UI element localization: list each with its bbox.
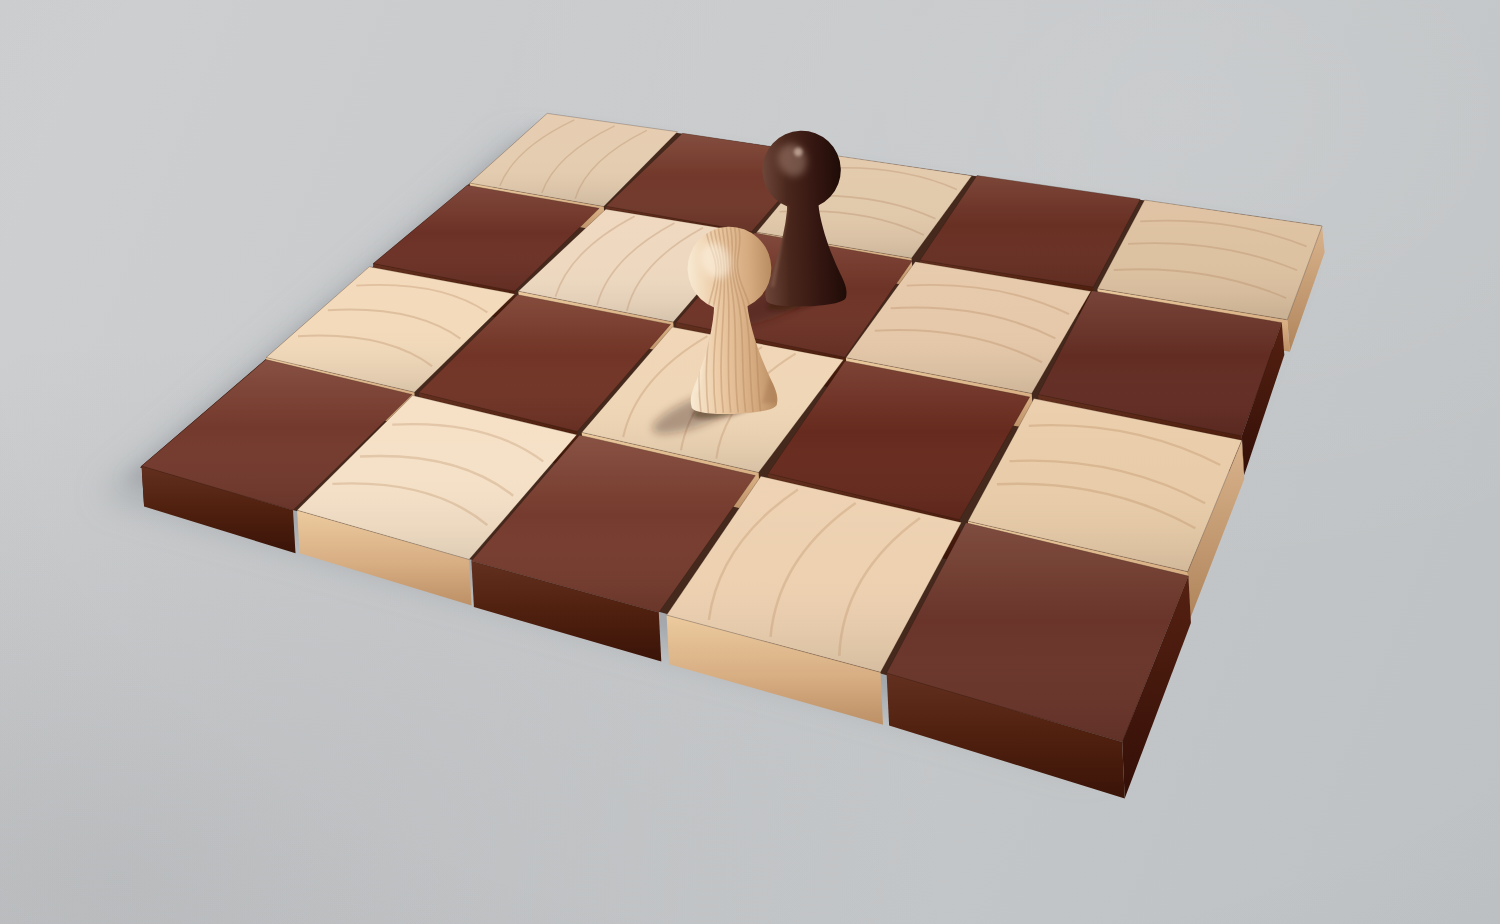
board — [142, 113, 1325, 798]
board-scene — [0, 0, 1500, 924]
photo-of-wooden-board — [0, 0, 1500, 924]
